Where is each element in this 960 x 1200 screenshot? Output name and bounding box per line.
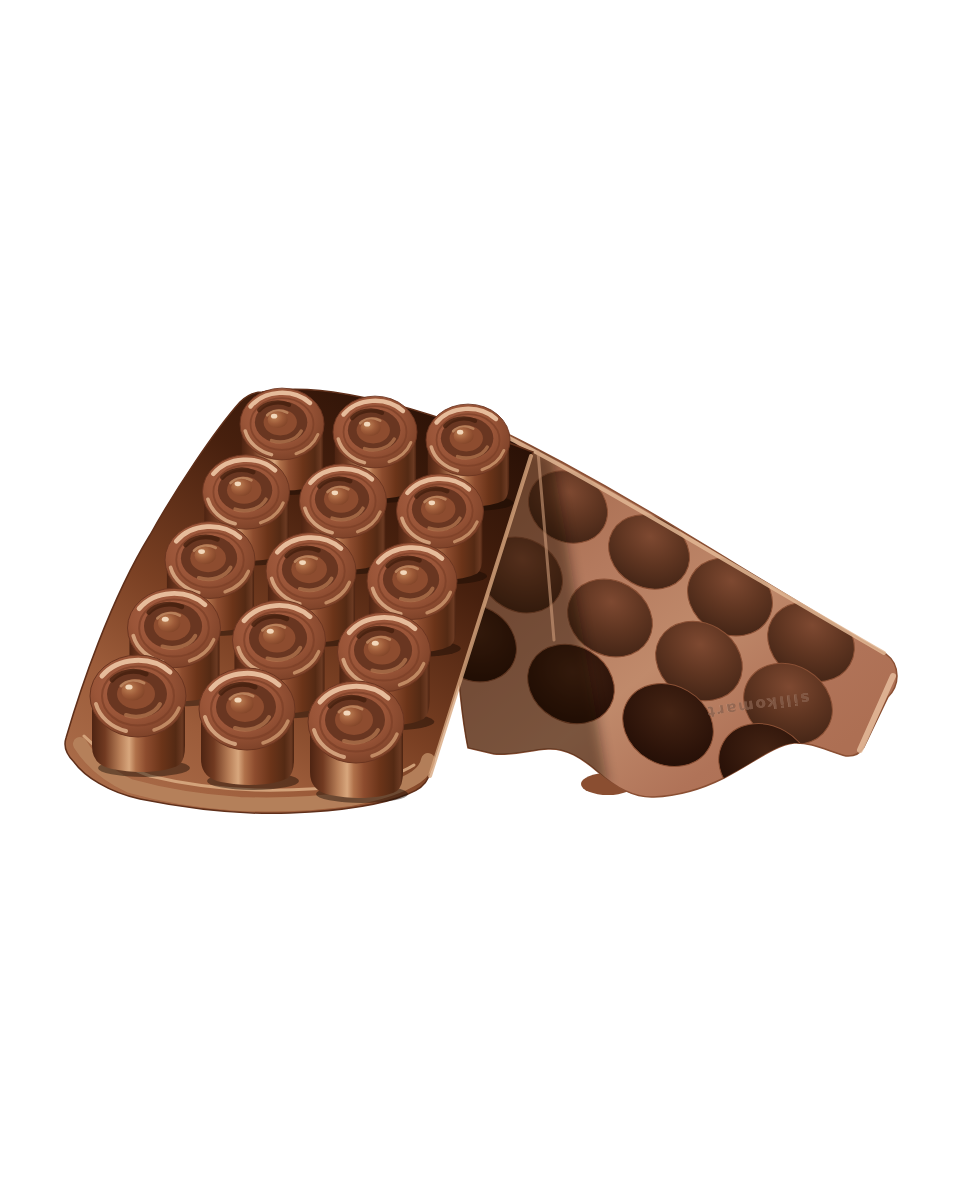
chocolate-piece bbox=[199, 668, 299, 790]
product-photo: silikomart silikomart bbox=[0, 0, 960, 1200]
chocolate-piece bbox=[308, 681, 408, 803]
chocolate-mold-scene: silikomart silikomart bbox=[0, 0, 960, 1200]
chocolate-piece bbox=[90, 655, 190, 777]
front-mold bbox=[65, 388, 533, 813]
